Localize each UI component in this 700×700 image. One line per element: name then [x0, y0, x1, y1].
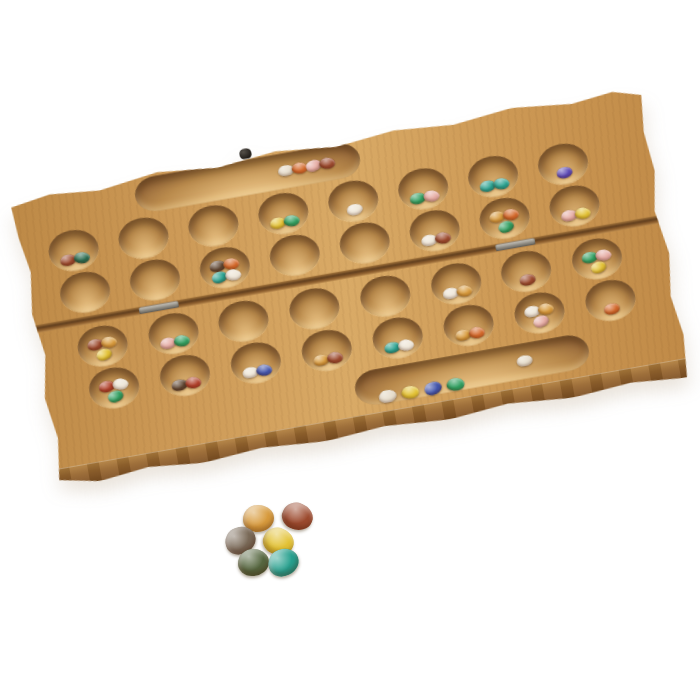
- gray_brown-stone: [222, 523, 260, 558]
- pit-r4-c7[interactable]: [511, 289, 567, 337]
- red_brown-stone: [278, 498, 317, 535]
- pit-r1-c5[interactable]: [325, 177, 381, 225]
- clasp-knob-icon: [239, 148, 253, 160]
- amber-stone: [99, 335, 118, 349]
- yellow-stone: [400, 385, 422, 401]
- red-stone: [184, 376, 203, 390]
- pit-r2-c7[interactable]: [476, 194, 532, 242]
- orange-stone: [467, 326, 486, 340]
- pit-r3-c8[interactable]: [569, 235, 625, 283]
- pit-r4-c6[interactable]: [441, 301, 497, 349]
- pit-r1-c6[interactable]: [395, 165, 451, 213]
- pit-r2-c6[interactable]: [406, 207, 462, 255]
- pit-r1-c2[interactable]: [115, 214, 171, 262]
- amber-stone: [243, 505, 274, 532]
- pit-r4-c8[interactable]: [582, 276, 638, 324]
- pit-r1-c1[interactable]: [45, 226, 101, 274]
- yellow-stone: [259, 523, 298, 560]
- pit-r2-c1[interactable]: [56, 268, 112, 316]
- clear-stone: [378, 388, 398, 404]
- pit-r3-c4[interactable]: [286, 284, 342, 332]
- pit-r4-c3[interactable]: [228, 339, 284, 387]
- amber-stone: [455, 284, 474, 298]
- amber-stone: [536, 302, 555, 316]
- pit-r3-c3[interactable]: [216, 297, 272, 345]
- pit-r3-c1[interactable]: [74, 322, 130, 370]
- pit-r1-c4[interactable]: [255, 189, 311, 237]
- clear-stone: [516, 354, 534, 368]
- pit-r2-c4[interactable]: [266, 231, 322, 279]
- product-photo-scene: [0, 0, 700, 700]
- pit-r4-c4[interactable]: [299, 326, 355, 374]
- pit-r3-c5[interactable]: [357, 272, 413, 320]
- red_brown-stone: [519, 273, 537, 287]
- mancala-board: [9, 84, 691, 488]
- pit-r2-c2[interactable]: [126, 256, 182, 304]
- white-stone: [345, 203, 363, 217]
- pink-stone: [594, 248, 613, 262]
- pit-r2-c8[interactable]: [546, 182, 602, 230]
- pit-r1-c8[interactable]: [534, 140, 590, 188]
- teal-stone: [265, 545, 303, 580]
- purple-stone: [555, 166, 573, 180]
- pit-r1-c7[interactable]: [465, 152, 521, 200]
- red_brown-stone: [318, 156, 337, 170]
- blue-stone: [255, 363, 274, 377]
- pit-r2-c5[interactable]: [336, 219, 392, 267]
- pit-r2-c3[interactable]: [196, 243, 252, 291]
- red_brown-stone: [326, 351, 345, 365]
- clasp-latch-icon[interactable]: [498, 668, 549, 689]
- speckled_green-stone: [238, 549, 269, 576]
- pit-r3-c7[interactable]: [498, 247, 554, 295]
- green-stone: [172, 334, 191, 348]
- pit-r4-c5[interactable]: [370, 314, 426, 362]
- white-stone: [223, 268, 242, 282]
- pit-r4-c2[interactable]: [157, 351, 213, 399]
- board-body: [9, 84, 691, 488]
- orange-stone: [603, 302, 621, 316]
- white-stone: [397, 338, 416, 352]
- pit-r3-c2[interactable]: [145, 309, 201, 357]
- pit-r1-c3[interactable]: [185, 202, 241, 250]
- white-stone: [111, 377, 130, 391]
- pit-r3-c6[interactable]: [428, 260, 484, 308]
- pit-r4-c1[interactable]: [86, 364, 142, 412]
